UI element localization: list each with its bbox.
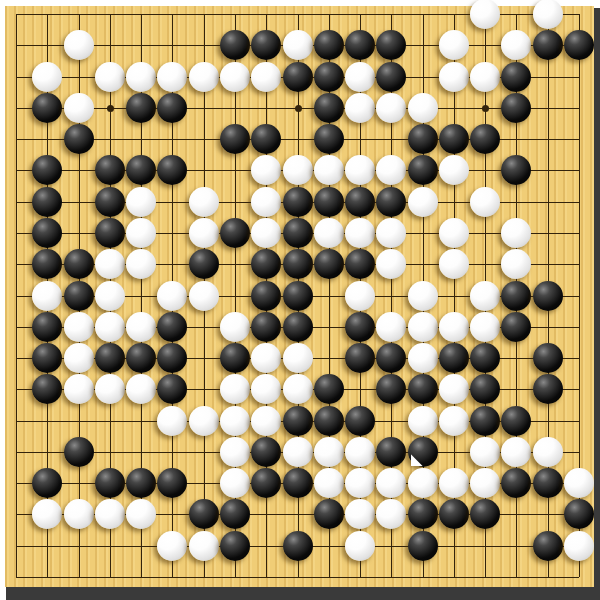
black-stone <box>408 155 438 185</box>
white-stone <box>408 187 438 217</box>
black-stone <box>157 374 187 404</box>
white-stone <box>439 312 469 342</box>
black-stone <box>376 62 406 92</box>
white-stone <box>95 249 125 279</box>
black-stone <box>64 249 94 279</box>
white-stone <box>314 468 344 498</box>
white-stone <box>501 437 531 467</box>
black-stone <box>220 499 250 529</box>
black-stone <box>32 249 62 279</box>
black-stone <box>32 468 62 498</box>
black-stone <box>283 406 313 436</box>
white-stone <box>220 62 250 92</box>
black-stone <box>439 343 469 373</box>
black-stone <box>314 124 344 154</box>
board-shadow-bottom <box>6 587 600 600</box>
white-stone <box>157 62 187 92</box>
white-stone <box>64 30 94 60</box>
black-stone <box>157 312 187 342</box>
white-stone <box>283 343 313 373</box>
black-stone <box>533 374 563 404</box>
black-stone <box>533 531 563 561</box>
white-stone <box>439 374 469 404</box>
black-stone <box>533 343 563 373</box>
white-stone <box>439 218 469 248</box>
white-stone <box>564 468 594 498</box>
black-stone <box>283 312 313 342</box>
black-stone <box>345 343 375 373</box>
white-stone <box>439 249 469 279</box>
white-stone <box>345 499 375 529</box>
white-stone <box>283 437 313 467</box>
white-stone <box>376 218 406 248</box>
white-stone <box>345 155 375 185</box>
white-stone <box>126 218 156 248</box>
white-stone <box>95 62 125 92</box>
black-stone <box>32 374 62 404</box>
black-stone <box>501 312 531 342</box>
white-stone <box>408 406 438 436</box>
white-stone <box>251 374 281 404</box>
black-stone <box>220 343 250 373</box>
white-stone <box>251 218 281 248</box>
black-stone <box>501 93 531 123</box>
black-stone <box>345 30 375 60</box>
black-stone <box>408 499 438 529</box>
black-stone <box>345 312 375 342</box>
white-stone <box>501 30 531 60</box>
white-stone <box>439 155 469 185</box>
black-stone <box>189 249 219 279</box>
white-stone <box>408 468 438 498</box>
black-stone <box>501 406 531 436</box>
black-stone <box>189 499 219 529</box>
white-stone <box>314 155 344 185</box>
black-stone <box>283 281 313 311</box>
last-move-triangle-marker <box>411 453 424 466</box>
white-stone <box>470 62 500 92</box>
black-stone <box>470 406 500 436</box>
black-stone <box>470 499 500 529</box>
black-stone <box>533 468 563 498</box>
black-stone <box>439 124 469 154</box>
black-stone <box>314 406 344 436</box>
white-stone <box>95 499 125 529</box>
black-stone <box>470 374 500 404</box>
white-stone <box>408 93 438 123</box>
black-stone <box>157 343 187 373</box>
white-stone <box>251 187 281 217</box>
black-stone <box>32 93 62 123</box>
black-stone <box>439 499 469 529</box>
white-stone <box>283 155 313 185</box>
black-stone <box>533 281 563 311</box>
black-stone <box>157 468 187 498</box>
white-stone <box>126 312 156 342</box>
white-stone <box>376 155 406 185</box>
white-stone <box>220 374 250 404</box>
white-stone <box>345 218 375 248</box>
white-stone <box>283 30 313 60</box>
black-stone <box>345 249 375 279</box>
black-stone <box>408 374 438 404</box>
board-shadow-right <box>594 8 600 600</box>
white-stone <box>470 187 500 217</box>
black-stone <box>126 468 156 498</box>
white-stone <box>126 499 156 529</box>
black-stone <box>314 93 344 123</box>
white-stone <box>314 218 344 248</box>
white-stone <box>251 62 281 92</box>
black-stone <box>501 468 531 498</box>
white-stone <box>157 281 187 311</box>
white-stone <box>189 531 219 561</box>
white-stone <box>408 343 438 373</box>
white-stone <box>564 531 594 561</box>
black-stone <box>314 374 344 404</box>
white-stone <box>189 187 219 217</box>
black-stone <box>283 62 313 92</box>
black-stone <box>157 155 187 185</box>
white-stone <box>220 468 250 498</box>
white-stone <box>189 62 219 92</box>
black-stone <box>501 62 531 92</box>
black-stone <box>95 468 125 498</box>
white-stone <box>157 406 187 436</box>
white-stone <box>345 531 375 561</box>
white-stone <box>470 312 500 342</box>
black-stone <box>345 187 375 217</box>
white-stone <box>439 62 469 92</box>
black-stone <box>220 124 250 154</box>
black-stone <box>314 187 344 217</box>
white-stone <box>345 468 375 498</box>
white-stone <box>32 62 62 92</box>
go-game-screenshot <box>0 0 600 600</box>
white-stone <box>345 93 375 123</box>
white-stone <box>439 406 469 436</box>
black-stone <box>251 468 281 498</box>
white-stone <box>95 374 125 404</box>
black-stone <box>376 343 406 373</box>
white-stone <box>126 62 156 92</box>
white-stone <box>408 281 438 311</box>
hoshi-star-point <box>295 105 302 112</box>
black-stone <box>314 249 344 279</box>
white-stone <box>345 437 375 467</box>
black-stone <box>470 343 500 373</box>
black-stone <box>251 312 281 342</box>
white-stone <box>470 0 500 29</box>
black-stone <box>564 499 594 529</box>
black-stone <box>251 437 281 467</box>
black-stone <box>32 155 62 185</box>
white-stone <box>220 312 250 342</box>
white-stone <box>470 437 500 467</box>
white-stone <box>95 312 125 342</box>
white-stone <box>376 468 406 498</box>
black-stone <box>95 187 125 217</box>
black-stone <box>376 437 406 467</box>
white-stone <box>376 312 406 342</box>
white-stone <box>126 187 156 217</box>
black-stone <box>32 187 62 217</box>
black-stone <box>314 30 344 60</box>
black-stone <box>126 343 156 373</box>
white-stone <box>408 312 438 342</box>
black-stone <box>220 218 250 248</box>
white-stone <box>126 374 156 404</box>
black-stone <box>251 124 281 154</box>
black-stone <box>283 468 313 498</box>
white-stone <box>189 218 219 248</box>
black-stone <box>157 93 187 123</box>
white-stone <box>189 281 219 311</box>
hoshi-star-point <box>482 105 489 112</box>
white-stone <box>345 281 375 311</box>
black-stone <box>533 30 563 60</box>
white-stone <box>189 406 219 436</box>
white-stone <box>439 30 469 60</box>
white-stone <box>126 249 156 279</box>
black-stone <box>32 343 62 373</box>
white-stone <box>64 374 94 404</box>
black-stone <box>64 281 94 311</box>
white-stone <box>64 343 94 373</box>
black-stone <box>283 249 313 279</box>
white-stone <box>314 437 344 467</box>
white-stone <box>376 249 406 279</box>
black-stone <box>251 30 281 60</box>
black-stone <box>470 124 500 154</box>
black-stone <box>95 218 125 248</box>
black-stone <box>64 124 94 154</box>
white-stone <box>32 499 62 529</box>
black-stone <box>32 312 62 342</box>
black-stone <box>283 187 313 217</box>
go-board[interactable] <box>5 6 594 587</box>
hoshi-star-point <box>107 105 114 112</box>
black-stone <box>251 281 281 311</box>
white-stone <box>439 468 469 498</box>
grid-line-horizontal <box>16 577 579 578</box>
white-stone <box>533 0 563 29</box>
black-stone <box>64 437 94 467</box>
black-stone <box>251 249 281 279</box>
black-stone <box>126 155 156 185</box>
black-stone <box>95 155 125 185</box>
white-stone <box>95 281 125 311</box>
black-stone <box>345 406 375 436</box>
black-stone <box>32 218 62 248</box>
white-stone <box>220 437 250 467</box>
black-stone <box>564 30 594 60</box>
black-stone <box>408 437 438 467</box>
black-stone <box>283 218 313 248</box>
white-stone <box>32 281 62 311</box>
white-stone <box>251 155 281 185</box>
white-stone <box>501 218 531 248</box>
black-stone <box>283 531 313 561</box>
white-stone <box>220 406 250 436</box>
black-stone <box>220 30 250 60</box>
black-stone <box>376 187 406 217</box>
black-stone <box>314 62 344 92</box>
white-stone <box>533 437 563 467</box>
white-stone <box>283 374 313 404</box>
white-stone <box>64 93 94 123</box>
white-stone <box>470 281 500 311</box>
black-stone <box>408 531 438 561</box>
white-stone <box>470 468 500 498</box>
white-stone <box>64 499 94 529</box>
white-stone <box>376 93 406 123</box>
white-stone <box>376 499 406 529</box>
white-stone <box>345 62 375 92</box>
black-stone <box>95 343 125 373</box>
black-stone <box>220 531 250 561</box>
black-stone <box>501 281 531 311</box>
white-stone <box>251 406 281 436</box>
black-stone <box>314 499 344 529</box>
black-stone <box>126 93 156 123</box>
white-stone <box>501 249 531 279</box>
white-stone <box>157 531 187 561</box>
black-stone <box>501 155 531 185</box>
black-stone <box>376 30 406 60</box>
white-stone <box>64 312 94 342</box>
white-stone <box>251 343 281 373</box>
black-stone <box>376 374 406 404</box>
black-stone <box>408 124 438 154</box>
